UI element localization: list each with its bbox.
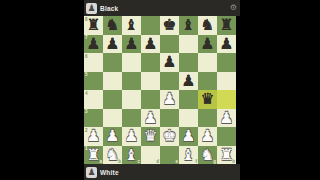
black-player-name: Black: [100, 5, 118, 12]
square-e8[interactable]: ♚: [160, 16, 179, 35]
square-g7[interactable]: ♟: [198, 35, 217, 54]
square-a3[interactable]: 3: [84, 109, 103, 128]
square-g4[interactable]: ♛: [198, 90, 217, 109]
square-e5[interactable]: [160, 72, 179, 91]
square-a4[interactable]: 4: [84, 90, 103, 109]
piece-white-pawn-a2[interactable]: ♟: [84, 127, 103, 146]
piece-white-knight-g1[interactable]: ♞: [198, 146, 217, 165]
square-g1[interactable]: g♞: [198, 146, 217, 165]
piece-white-pawn-b2[interactable]: ♟: [103, 127, 122, 146]
square-f4[interactable]: [179, 90, 198, 109]
square-e6[interactable]: ♟: [160, 53, 179, 72]
square-h3[interactable]: ♟: [217, 109, 236, 128]
piece-white-pawn-g2[interactable]: ♟: [198, 127, 217, 146]
square-b6[interactable]: [103, 53, 122, 72]
piece-black-bishop-c8[interactable]: ♝: [122, 16, 141, 35]
black-player-avatar[interactable]: ♟: [86, 3, 97, 14]
piece-black-rook-h8[interactable]: ♜: [217, 16, 236, 35]
piece-black-knight-g8[interactable]: ♞: [198, 16, 217, 35]
square-g2[interactable]: ♟: [198, 127, 217, 146]
square-e7[interactable]: [160, 35, 179, 54]
piece-white-pawn-e4[interactable]: ♟: [160, 90, 179, 109]
square-c3[interactable]: [122, 109, 141, 128]
square-g8[interactable]: ♞: [198, 16, 217, 35]
square-f7[interactable]: [179, 35, 198, 54]
file-label-e: e: [175, 159, 178, 164]
square-c1[interactable]: c♝: [122, 146, 141, 165]
rank-label-6: 6: [85, 54, 88, 59]
square-f6[interactable]: [179, 53, 198, 72]
square-c8[interactable]: ♝: [122, 16, 141, 35]
piece-white-pawn-c2[interactable]: ♟: [122, 127, 141, 146]
square-e2[interactable]: ♚: [160, 127, 179, 146]
square-d7[interactable]: ♟: [141, 35, 160, 54]
square-d2[interactable]: ♛: [141, 127, 160, 146]
settings-gear-icon[interactable]: ⚙: [230, 4, 238, 12]
top-player-bar: ♟ Black ⚙: [84, 0, 240, 16]
square-b2[interactable]: ♟: [103, 127, 122, 146]
piece-black-pawn-e6[interactable]: ♟: [160, 53, 179, 72]
piece-white-pawn-d3[interactable]: ♟: [141, 109, 160, 128]
piece-black-queen-g4[interactable]: ♛: [198, 90, 217, 109]
square-a5[interactable]: 5: [84, 72, 103, 91]
square-h7[interactable]: ♟: [217, 35, 236, 54]
piece-black-king-e8[interactable]: ♚: [160, 16, 179, 35]
piece-black-pawn-h7[interactable]: ♟: [217, 35, 236, 54]
square-a6[interactable]: 6: [84, 53, 103, 72]
square-a1[interactable]: 1a♜: [84, 146, 103, 165]
square-g5[interactable]: [198, 72, 217, 91]
piece-black-pawn-d7[interactable]: ♟: [141, 35, 160, 54]
file-label-d: d: [156, 159, 159, 164]
piece-white-king-e2[interactable]: ♚: [160, 127, 179, 146]
piece-white-bishop-f1[interactable]: ♝: [179, 146, 198, 165]
square-a7[interactable]: 7♟: [84, 35, 103, 54]
piece-white-rook-h1[interactable]: ♜: [217, 146, 236, 165]
square-h4[interactable]: [217, 90, 236, 109]
white-player-avatar[interactable]: ♟: [86, 167, 97, 178]
square-b4[interactable]: [103, 90, 122, 109]
square-e4[interactable]: ♟: [160, 90, 179, 109]
piece-black-pawn-c7[interactable]: ♟: [122, 35, 141, 54]
square-g3[interactable]: [198, 109, 217, 128]
letterbox-background: ♟ Black ⚙ 8♜♞♝♚♝♞♜7♟♟♟♟♟♟6♟5♟4♟♛3♟♟2♟♟♟♛…: [0, 0, 320, 180]
rank-label-5: 5: [85, 72, 88, 77]
square-h2[interactable]: [217, 127, 236, 146]
rank-label-4: 4: [85, 91, 88, 96]
piece-black-rook-a8[interactable]: ♜: [84, 16, 103, 35]
square-f3[interactable]: [179, 109, 198, 128]
bottom-player-bar: ♟ White: [84, 164, 240, 180]
square-c5[interactable]: [122, 72, 141, 91]
square-f5[interactable]: ♟: [179, 72, 198, 91]
square-b7[interactable]: ♟: [103, 35, 122, 54]
piece-black-pawn-a7[interactable]: ♟: [84, 35, 103, 54]
piece-black-knight-b8[interactable]: ♞: [103, 16, 122, 35]
piece-white-pawn-h3[interactable]: ♟: [217, 109, 236, 128]
rank-label-3: 3: [85, 109, 88, 114]
square-b8[interactable]: ♞: [103, 16, 122, 35]
square-c7[interactable]: ♟: [122, 35, 141, 54]
white-player-name: White: [100, 169, 119, 176]
square-a8[interactable]: 8♜: [84, 16, 103, 35]
square-h8[interactable]: ♜: [217, 16, 236, 35]
piece-white-knight-b1[interactable]: ♞: [103, 146, 122, 165]
square-h1[interactable]: h♜: [217, 146, 236, 165]
chess-board: 8♜♞♝♚♝♞♜7♟♟♟♟♟♟6♟5♟4♟♛3♟♟2♟♟♟♛♚♟♟1a♜b♞c♝…: [84, 16, 236, 164]
square-e3[interactable]: [160, 109, 179, 128]
square-h6[interactable]: [217, 53, 236, 72]
square-d8[interactable]: [141, 16, 160, 35]
square-h5[interactable]: [217, 72, 236, 91]
square-c4[interactable]: [122, 90, 141, 109]
square-b1[interactable]: b♞: [103, 146, 122, 165]
piece-black-pawn-g7[interactable]: ♟: [198, 35, 217, 54]
square-c6[interactable]: [122, 53, 141, 72]
piece-black-bishop-f8[interactable]: ♝: [179, 16, 198, 35]
piece-black-pawn-f5[interactable]: ♟: [179, 72, 198, 91]
square-c2[interactable]: ♟: [122, 127, 141, 146]
square-g6[interactable]: [198, 53, 217, 72]
piece-white-pawn-f2[interactable]: ♟: [179, 127, 198, 146]
piece-black-pawn-b7[interactable]: ♟: [103, 35, 122, 54]
square-d1[interactable]: d: [141, 146, 160, 165]
piece-white-rook-a1[interactable]: ♜: [84, 146, 103, 165]
square-a2[interactable]: 2♟: [84, 127, 103, 146]
square-d5[interactable]: [141, 72, 160, 91]
square-b5[interactable]: [103, 72, 122, 91]
square-d4[interactable]: [141, 90, 160, 109]
piece-white-bishop-c1[interactable]: ♝: [122, 146, 141, 165]
chess-app: ♟ Black ⚙ 8♜♞♝♚♝♞♜7♟♟♟♟♟♟6♟5♟4♟♛3♟♟2♟♟♟♛…: [84, 0, 240, 180]
square-e1[interactable]: e: [160, 146, 179, 165]
square-b3[interactable]: [103, 109, 122, 128]
square-d3[interactable]: ♟: [141, 109, 160, 128]
square-f8[interactable]: ♝: [179, 16, 198, 35]
square-f2[interactable]: ♟: [179, 127, 198, 146]
square-f1[interactable]: f♝: [179, 146, 198, 165]
square-d6[interactable]: [141, 53, 160, 72]
piece-white-queen-d2[interactable]: ♛: [141, 127, 160, 146]
